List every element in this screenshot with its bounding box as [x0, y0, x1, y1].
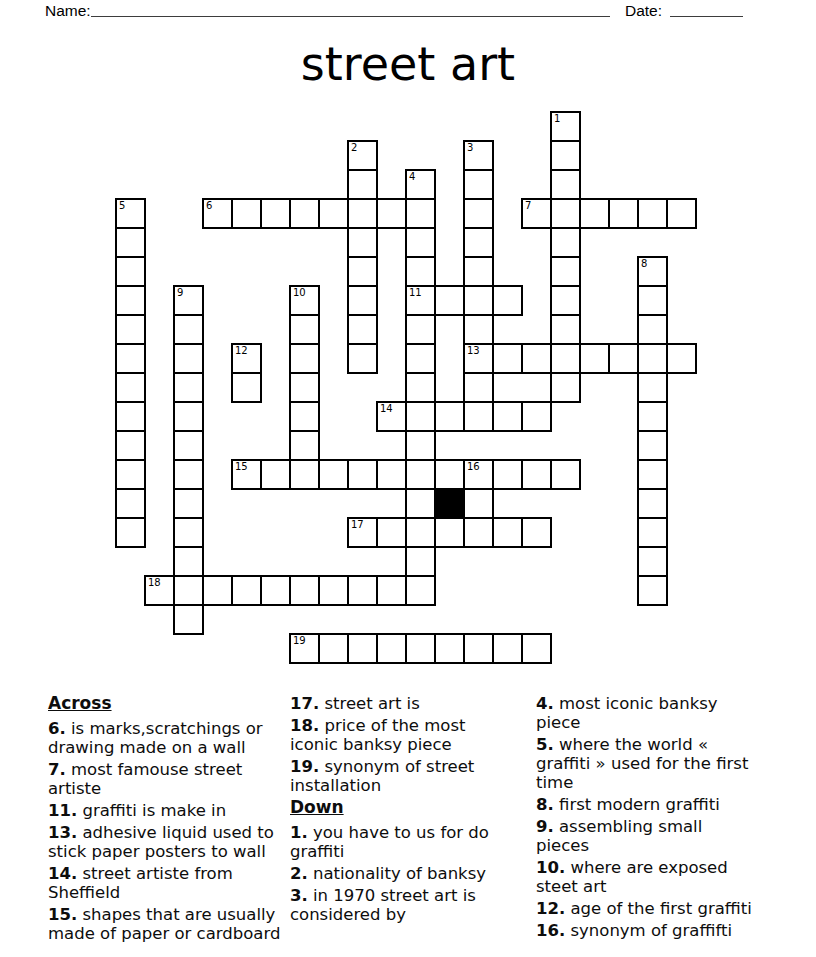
grid-cell[interactable]	[405, 459, 436, 490]
grid-cell[interactable]	[550, 198, 581, 229]
grid-cell[interactable]	[173, 488, 204, 519]
grid-cell[interactable]	[231, 575, 262, 606]
clue-text: most famouse street artiste	[48, 760, 242, 798]
grid-cell[interactable]: 4	[405, 169, 436, 200]
grid-cell[interactable]	[260, 198, 291, 229]
grid-cell[interactable]	[289, 343, 320, 374]
clue-text: most iconic banksy piece	[536, 694, 718, 732]
cell-clue-number: 14	[380, 403, 393, 414]
grid-cell[interactable]	[376, 633, 407, 664]
grid-cell[interactable]	[521, 633, 552, 664]
across-heading: Across	[48, 694, 288, 713]
grid-cell[interactable]	[173, 314, 204, 345]
grid-cell[interactable]	[637, 343, 668, 374]
name-label: Name:	[45, 2, 91, 20]
cell-clue-number: 15	[235, 461, 248, 472]
cell-clue-number: 13	[467, 345, 480, 356]
grid-cell[interactable]	[492, 285, 523, 316]
cell-clue-number: 5	[119, 200, 125, 211]
clue-item-6: 6. is marks,scratchings or drawing made …	[48, 719, 288, 757]
grid-cell[interactable]	[173, 343, 204, 374]
puzzle-title: street art	[0, 38, 816, 90]
clue-number: 12.	[536, 899, 565, 918]
grid-cell[interactable]	[347, 169, 378, 200]
clue-number: 14.	[48, 864, 77, 883]
grid-cell-black	[434, 488, 465, 519]
grid-cell[interactable]	[521, 401, 552, 432]
clue-number: 6.	[48, 719, 66, 738]
grid-cell[interactable]: 8	[637, 256, 668, 287]
clue-text: you have to us for do graffiti	[290, 823, 489, 861]
grid-cell[interactable]	[115, 372, 146, 403]
cell-clue-number: 10	[293, 287, 306, 298]
grid-cell[interactable]	[434, 459, 465, 490]
grid-cell[interactable]	[405, 227, 436, 258]
grid-cell[interactable]: 7	[521, 198, 552, 229]
cell-clue-number: 3	[467, 142, 473, 153]
grid-cell[interactable]: 12	[231, 343, 262, 374]
clue-number: 1.	[290, 823, 308, 842]
grid-cell[interactable]	[115, 285, 146, 316]
grid-cell[interactable]	[492, 459, 523, 490]
date-blank-line	[670, 16, 743, 17]
grid-cell[interactable]	[115, 227, 146, 258]
grid-cell[interactable]	[173, 459, 204, 490]
grid-cell[interactable]	[463, 227, 494, 258]
grid-cell[interactable]	[115, 401, 146, 432]
grid-cell[interactable]	[550, 372, 581, 403]
grid-cell[interactable]: 6	[202, 198, 233, 229]
grid-cell[interactable]	[492, 401, 523, 432]
grid-cell[interactable]	[666, 343, 697, 374]
grid-cell[interactable]	[289, 401, 320, 432]
crossword-grid: 12345678910111213141516171819	[115, 111, 697, 664]
clue-item-15: 15. shapes that are usually made of pape…	[48, 905, 288, 943]
clue-number: 16.	[536, 921, 565, 940]
grid-cell[interactable]	[637, 459, 668, 490]
grid-cell[interactable]	[434, 633, 465, 664]
worksheet-page: Name: Date: street art 12345678910111213…	[0, 0, 816, 957]
clue-text: nationality of banksy	[308, 864, 486, 883]
clue-item-1: 1. you have to us for do graffiti	[290, 823, 534, 861]
cell-clue-number: 17	[351, 519, 364, 530]
clue-item-8: 8. first modern graffiti	[536, 795, 808, 814]
grid-cell[interactable]	[405, 343, 436, 374]
clue-number: 2.	[290, 864, 308, 883]
grid-cell[interactable]	[405, 546, 436, 577]
grid-cell[interactable]: 16	[463, 459, 494, 490]
cell-clue-number: 1	[554, 113, 560, 124]
grid-cell[interactable]	[550, 459, 581, 490]
grid-cell[interactable]	[405, 401, 436, 432]
clue-item-18: 18. price of the most iconic banksy piec…	[290, 716, 534, 754]
grid-cell[interactable]	[173, 372, 204, 403]
grid-cell[interactable]	[405, 633, 436, 664]
grid-cell[interactable]	[231, 372, 262, 403]
grid-cell[interactable]	[637, 546, 668, 577]
grid-cell[interactable]	[376, 517, 407, 548]
grid-cell[interactable]	[637, 314, 668, 345]
clue-number: 19.	[290, 757, 319, 776]
grid-cell[interactable]	[637, 430, 668, 461]
grid-cell[interactable]	[376, 198, 407, 229]
cell-clue-number: 4	[409, 171, 415, 182]
grid-cell[interactable]	[405, 372, 436, 403]
grid-cell[interactable]	[115, 488, 146, 519]
clue-column-3: 4. most iconic banksy piece5. where the …	[536, 694, 808, 943]
grid-cell[interactable]	[115, 343, 146, 374]
grid-cell[interactable]	[521, 459, 552, 490]
grid-cell[interactable]	[347, 256, 378, 287]
cell-clue-number: 19	[293, 635, 306, 646]
grid-cell[interactable]	[434, 401, 465, 432]
clue-item-19: 19. synonym of street installation	[290, 757, 534, 795]
cell-clue-number: 2	[351, 142, 357, 153]
clue-text: age of the first graffiti	[565, 899, 752, 918]
grid-cell[interactable]	[289, 372, 320, 403]
grid-cell[interactable]: 9	[173, 285, 204, 316]
grid-cell[interactable]	[463, 488, 494, 519]
clue-item-9: 9. assembling small pieces	[536, 817, 808, 855]
grid-cell[interactable]	[463, 372, 494, 403]
grid-cell[interactable]	[405, 198, 436, 229]
grid-cell[interactable]	[289, 314, 320, 345]
grid-cell[interactable]	[637, 575, 668, 606]
clue-number: 10.	[536, 858, 565, 877]
grid-cell[interactable]	[550, 314, 581, 345]
clue-number: 17.	[290, 694, 319, 713]
grid-cell[interactable]	[173, 546, 204, 577]
grid-cell[interactable]	[115, 459, 146, 490]
grid-cell[interactable]	[550, 140, 581, 171]
clue-number: 4.	[536, 694, 554, 713]
grid-cell[interactable]: 17	[347, 517, 378, 548]
grid-cell[interactable]	[434, 285, 465, 316]
grid-cell[interactable]	[289, 459, 320, 490]
grid-cell[interactable]	[318, 633, 349, 664]
grid-cell[interactable]	[231, 198, 262, 229]
grid-cell[interactable]: 11	[405, 285, 436, 316]
grid-cell[interactable]	[376, 459, 407, 490]
clue-item-11: 11. graffiti is make in	[48, 801, 288, 820]
grid-cell[interactable]	[405, 314, 436, 345]
cell-clue-number: 18	[148, 577, 161, 588]
grid-cell[interactable]	[463, 633, 494, 664]
grid-cell[interactable]	[550, 256, 581, 287]
grid-cell[interactable]	[289, 430, 320, 461]
clue-item-10: 10. where are exposed steet art	[536, 858, 808, 896]
clue-item-4: 4. most iconic banksy piece	[536, 694, 808, 732]
cell-clue-number: 8	[641, 258, 647, 269]
grid-cell[interactable]	[463, 198, 494, 229]
grid-cell[interactable]	[405, 488, 436, 519]
grid-cell[interactable]	[579, 343, 610, 374]
grid-cell[interactable]	[405, 517, 436, 548]
grid-cell[interactable]	[434, 517, 465, 548]
grid-cell[interactable]	[492, 517, 523, 548]
grid-cell[interactable]	[666, 198, 697, 229]
grid-cell[interactable]	[115, 430, 146, 461]
grid-cell[interactable]	[173, 401, 204, 432]
grid-cell[interactable]: 15	[231, 459, 262, 490]
clue-item-17: 17. street art is	[290, 694, 534, 713]
grid-cell[interactable]	[463, 314, 494, 345]
clue-column-2: 17. street art is18. price of the most i…	[290, 694, 534, 927]
clue-text: assembling small pieces	[536, 817, 702, 855]
clue-item-14: 14. street artiste from Sheffield	[48, 864, 288, 902]
grid-cell[interactable]	[579, 198, 610, 229]
grid-cell[interactable]	[115, 314, 146, 345]
grid-cell[interactable]	[115, 256, 146, 287]
date-label: Date:	[625, 2, 662, 20]
grid-cell[interactable]	[550, 227, 581, 258]
grid-cell[interactable]: 3	[463, 140, 494, 171]
clue-text: first modern graffiti	[554, 795, 720, 814]
cell-clue-number: 6	[206, 200, 212, 211]
grid-cell[interactable]	[347, 343, 378, 374]
cell-clue-number: 11	[409, 287, 422, 298]
grid-cell[interactable]	[550, 169, 581, 200]
clue-number: 11.	[48, 801, 77, 820]
clue-number: 9.	[536, 817, 554, 836]
grid-cell[interactable]: 14	[376, 401, 407, 432]
grid-cell[interactable]	[463, 169, 494, 200]
grid-cell[interactable]: 13	[463, 343, 494, 374]
clue-number: 8.	[536, 795, 554, 814]
grid-cell[interactable]	[347, 285, 378, 316]
clue-text: adhesive liquid used to stick paper post…	[48, 823, 274, 861]
grid-cell[interactable]	[637, 198, 668, 229]
clue-text: where are exposed steet art	[536, 858, 728, 896]
grid-cell[interactable]	[289, 198, 320, 229]
grid-cell[interactable]	[463, 285, 494, 316]
grid-cell[interactable]: 10	[289, 285, 320, 316]
grid-cell[interactable]	[202, 575, 233, 606]
grid-cell[interactable]	[521, 517, 552, 548]
grid-cell[interactable]	[173, 575, 204, 606]
grid-cell[interactable]	[550, 343, 581, 374]
grid-cell[interactable]	[173, 517, 204, 548]
grid-cell[interactable]	[289, 575, 320, 606]
grid-cell[interactable]	[637, 401, 668, 432]
grid-cell[interactable]	[347, 198, 378, 229]
grid-cell[interactable]	[637, 488, 668, 519]
name-blank-line	[91, 16, 610, 17]
grid-cell[interactable]	[608, 343, 639, 374]
grid-cell[interactable]	[347, 633, 378, 664]
clue-text: where the world « graffiti » used for th…	[536, 735, 748, 792]
grid-cell[interactable]: 19	[289, 633, 320, 664]
grid-cell[interactable]	[347, 314, 378, 345]
grid-cell[interactable]	[318, 198, 349, 229]
clue-text: is marks,scratchings or drawing made on …	[48, 719, 263, 757]
clue-text: shapes that are usually made of paper or…	[48, 905, 280, 943]
clue-number: 5.	[536, 735, 554, 754]
clue-text: graffiti is make in	[77, 801, 226, 820]
grid-cell[interactable]	[347, 227, 378, 258]
cell-clue-number: 7	[525, 200, 531, 211]
clue-text: in 1970 street art is considered by	[290, 886, 476, 924]
grid-cell[interactable]	[347, 575, 378, 606]
clue-number: 13.	[48, 823, 77, 842]
grid-cell[interactable]	[115, 517, 146, 548]
clue-item-13: 13. adhesive liquid used to stick paper …	[48, 823, 288, 861]
clue-number: 3.	[290, 886, 308, 905]
grid-cell[interactable]	[463, 256, 494, 287]
cell-clue-number: 9	[177, 287, 183, 298]
grid-cell[interactable]	[492, 633, 523, 664]
clue-text: synonym of graffifti	[565, 921, 732, 940]
grid-cell[interactable]	[637, 285, 668, 316]
clue-number: 15.	[48, 905, 77, 924]
grid-cell[interactable]	[637, 372, 668, 403]
grid-cell[interactable]	[637, 517, 668, 548]
grid-cell[interactable]: 18	[144, 575, 175, 606]
grid-cell[interactable]	[318, 459, 349, 490]
grid-cell[interactable]	[173, 430, 204, 461]
grid-cell[interactable]	[260, 459, 291, 490]
clue-number: 18.	[290, 716, 319, 735]
grid-cell[interactable]	[405, 430, 436, 461]
clue-item-12: 12. age of the first graffiti	[536, 899, 808, 918]
down-heading: Down	[290, 798, 534, 817]
grid-cell[interactable]	[347, 459, 378, 490]
clue-column-1: Across6. is marks,scratchings or drawing…	[48, 694, 288, 946]
clue-item-5: 5. where the world « graffiti » used for…	[536, 735, 808, 792]
grid-cell[interactable]	[492, 343, 523, 374]
clue-text: street art is	[319, 694, 420, 713]
grid-cell[interactable]	[405, 256, 436, 287]
cell-clue-number: 16	[467, 461, 480, 472]
grid-cell[interactable]	[260, 575, 291, 606]
grid-cell[interactable]	[376, 575, 407, 606]
grid-cell[interactable]	[550, 285, 581, 316]
grid-cell[interactable]	[463, 517, 494, 548]
clue-item-2: 2. nationality of banksy	[290, 864, 534, 883]
grid-cell[interactable]	[173, 604, 204, 635]
clue-item-3: 3. in 1970 street art is considered by	[290, 886, 534, 924]
grid-cell[interactable]	[521, 343, 552, 374]
grid-cell[interactable]: 5	[115, 198, 146, 229]
grid-cell[interactable]	[463, 401, 494, 432]
grid-cell[interactable]: 1	[550, 111, 581, 142]
grid-cell[interactable]	[405, 575, 436, 606]
clue-item-16: 16. synonym of graffifti	[536, 921, 808, 940]
clue-item-7: 7. most famouse street artiste	[48, 760, 288, 798]
clue-number: 7.	[48, 760, 66, 779]
grid-cell[interactable]	[608, 198, 639, 229]
grid-cell[interactable]	[318, 575, 349, 606]
cell-clue-number: 12	[235, 345, 248, 356]
grid-cell[interactable]: 2	[347, 140, 378, 171]
